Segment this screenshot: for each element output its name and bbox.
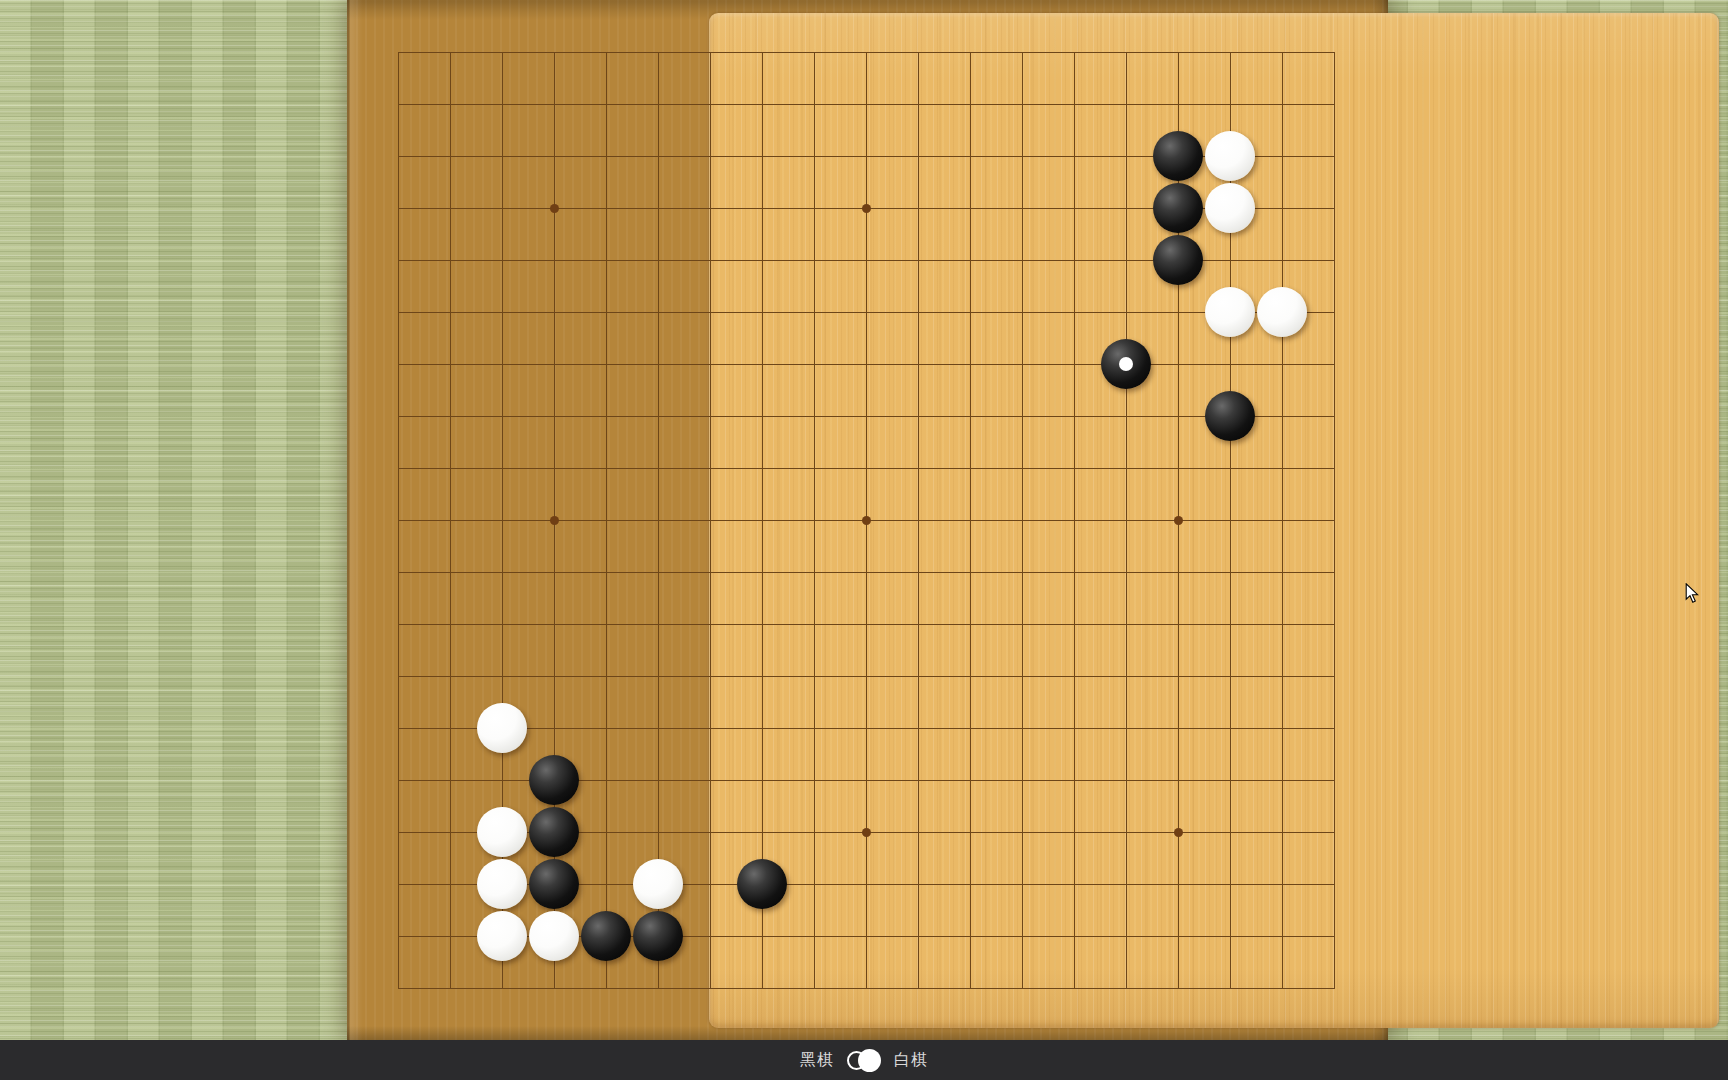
goban-grid[interactable] (398, 52, 1335, 989)
white-stones-label: 白棋 (894, 1050, 928, 1071)
bottom-bar: 黑棋 白棋 (0, 1040, 1728, 1080)
white-toggle-circle-icon (858, 1049, 881, 1072)
stone-color-toggle[interactable] (847, 1049, 881, 1072)
black-stones-label: 黑棋 (800, 1050, 834, 1071)
mouse-cursor-icon (1685, 583, 1700, 608)
